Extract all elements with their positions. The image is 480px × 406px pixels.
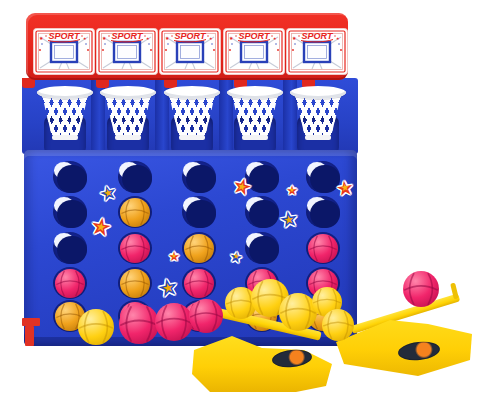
loose-pink-ball: [189, 299, 223, 333]
loose-yellow-ball: [322, 309, 354, 341]
loose-balls: [0, 0, 480, 406]
loose-pink-ball: [155, 303, 193, 341]
loose-pink-ball: [119, 304, 159, 344]
product-photo: SPORT★★SPORT★★SPORT★★SPORT★★SPORT★★ ★★★★…: [0, 0, 480, 406]
loose-pink-ball: [403, 271, 439, 307]
loose-yellow-ball: [78, 309, 114, 345]
